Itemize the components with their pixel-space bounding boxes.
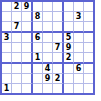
sudoku-cell-r9c1[interactable]: 1 [2, 84, 12, 93]
sudoku-cell-r5c6[interactable]: 7 [53, 43, 64, 53]
sudoku-cell-r1c8[interactable] [74, 2, 84, 12]
sudoku-cell-r2c4[interactable]: 8 [33, 12, 43, 22]
sudoku-cell-r5c9[interactable] [84, 43, 93, 53]
sudoku-cell-r8c4[interactable] [33, 74, 43, 84]
sudoku-cell-r1c4[interactable] [33, 2, 43, 12]
sudoku-cell-r8c5[interactable]: 9 [43, 74, 53, 84]
sudoku-cell-r3c3[interactable] [22, 22, 33, 33]
sudoku-cell-r5c1[interactable] [2, 43, 12, 53]
sudoku-cell-r3c5[interactable] [43, 22, 53, 33]
sudoku-cell-r4c2[interactable] [12, 33, 22, 43]
sudoku-board: 29837365791246921 [0, 0, 95, 95]
sudoku-cell-r7c9[interactable] [84, 64, 93, 74]
sudoku-cell-r4c8[interactable] [74, 33, 84, 43]
sudoku-cell-r6c1[interactable] [2, 53, 12, 64]
sudoku-cell-r2c7[interactable] [64, 12, 74, 22]
sudoku-cell-r8c9[interactable] [84, 74, 93, 84]
sudoku-cell-r3c4[interactable] [33, 22, 43, 33]
sudoku-cell-r7c4[interactable] [33, 64, 43, 74]
sudoku-cell-r8c6[interactable]: 2 [53, 74, 64, 84]
sudoku-cell-r7c1[interactable] [2, 64, 12, 74]
sudoku-cell-r1c2[interactable]: 2 [12, 2, 22, 12]
sudoku-cell-r1c3[interactable]: 9 [22, 2, 33, 12]
sudoku-cell-r2c6[interactable] [53, 12, 64, 22]
sudoku-cell-r7c7[interactable] [64, 64, 74, 74]
sudoku-cell-r3c2[interactable]: 7 [12, 22, 22, 33]
sudoku-cell-r6c2[interactable] [12, 53, 22, 64]
sudoku-cell-r7c3[interactable] [22, 64, 33, 74]
sudoku-cell-r2c8[interactable]: 3 [74, 12, 84, 22]
sudoku-cell-r8c8[interactable] [74, 74, 84, 84]
sudoku-cell-r9c7[interactable] [64, 84, 74, 93]
sudoku-cell-r8c1[interactable] [2, 74, 12, 84]
sudoku-cell-r2c3[interactable] [22, 12, 33, 22]
sudoku-cell-r4c6[interactable] [53, 33, 64, 43]
sudoku-cell-r4c7[interactable]: 5 [64, 33, 74, 43]
sudoku-cell-r3c1[interactable] [2, 22, 12, 33]
sudoku-cell-r1c9[interactable] [84, 2, 93, 12]
sudoku-cell-r7c6[interactable] [53, 64, 64, 74]
sudoku-cell-r7c5[interactable]: 4 [43, 64, 53, 74]
sudoku-cell-r4c1[interactable]: 3 [2, 33, 12, 43]
sudoku-cell-r4c5[interactable] [43, 33, 53, 43]
sudoku-cell-r5c8[interactable] [74, 43, 84, 53]
sudoku-cell-r6c9[interactable] [84, 53, 93, 64]
sudoku-cell-r8c7[interactable] [64, 74, 74, 84]
sudoku-cell-r9c9[interactable] [84, 84, 93, 93]
sudoku-cell-r8c3[interactable] [22, 74, 33, 84]
sudoku-cell-r9c3[interactable] [22, 84, 33, 93]
sudoku-cell-r3c8[interactable] [74, 22, 84, 33]
sudoku-cell-r9c5[interactable] [43, 84, 53, 93]
sudoku-cell-r6c6[interactable] [53, 53, 64, 64]
sudoku-cell-r6c3[interactable] [22, 53, 33, 64]
sudoku-cell-r6c4[interactable]: 1 [33, 53, 43, 64]
sudoku-cell-r1c6[interactable] [53, 2, 64, 12]
sudoku-cell-r6c5[interactable] [43, 53, 53, 64]
sudoku-cell-r4c4[interactable]: 6 [33, 33, 43, 43]
sudoku-cell-r5c7[interactable]: 9 [64, 43, 74, 53]
sudoku-cell-r3c9[interactable] [84, 22, 93, 33]
sudoku-cell-r7c8[interactable]: 6 [74, 64, 84, 74]
sudoku-cell-r2c9[interactable] [84, 12, 93, 22]
sudoku-cell-r5c5[interactable] [43, 43, 53, 53]
sudoku-cell-r1c7[interactable] [64, 2, 74, 12]
sudoku-cell-r5c2[interactable] [12, 43, 22, 53]
sudoku-cell-r5c4[interactable] [33, 43, 43, 53]
sudoku-cell-r3c6[interactable] [53, 22, 64, 33]
sudoku-cell-r9c8[interactable] [74, 84, 84, 93]
sudoku-cell-r1c1[interactable] [2, 2, 12, 12]
sudoku-cell-r8c2[interactable] [12, 74, 22, 84]
sudoku-cell-r6c7[interactable]: 2 [64, 53, 74, 64]
sudoku-cell-r1c5[interactable] [43, 2, 53, 12]
sudoku-cell-r4c9[interactable] [84, 33, 93, 43]
sudoku-cell-r7c2[interactable] [12, 64, 22, 74]
sudoku-cell-r2c1[interactable] [2, 12, 12, 22]
sudoku-cell-r4c3[interactable] [22, 33, 33, 43]
sudoku-cell-r9c2[interactable] [12, 84, 22, 93]
sudoku-cell-r9c4[interactable] [33, 84, 43, 93]
sudoku-cell-r2c2[interactable] [12, 12, 22, 22]
sudoku-cell-r2c5[interactable] [43, 12, 53, 22]
sudoku-cell-r3c7[interactable] [64, 22, 74, 33]
sudoku-cell-r9c6[interactable] [53, 84, 64, 93]
sudoku-cell-r5c3[interactable] [22, 43, 33, 53]
sudoku-cell-r6c8[interactable] [74, 53, 84, 64]
